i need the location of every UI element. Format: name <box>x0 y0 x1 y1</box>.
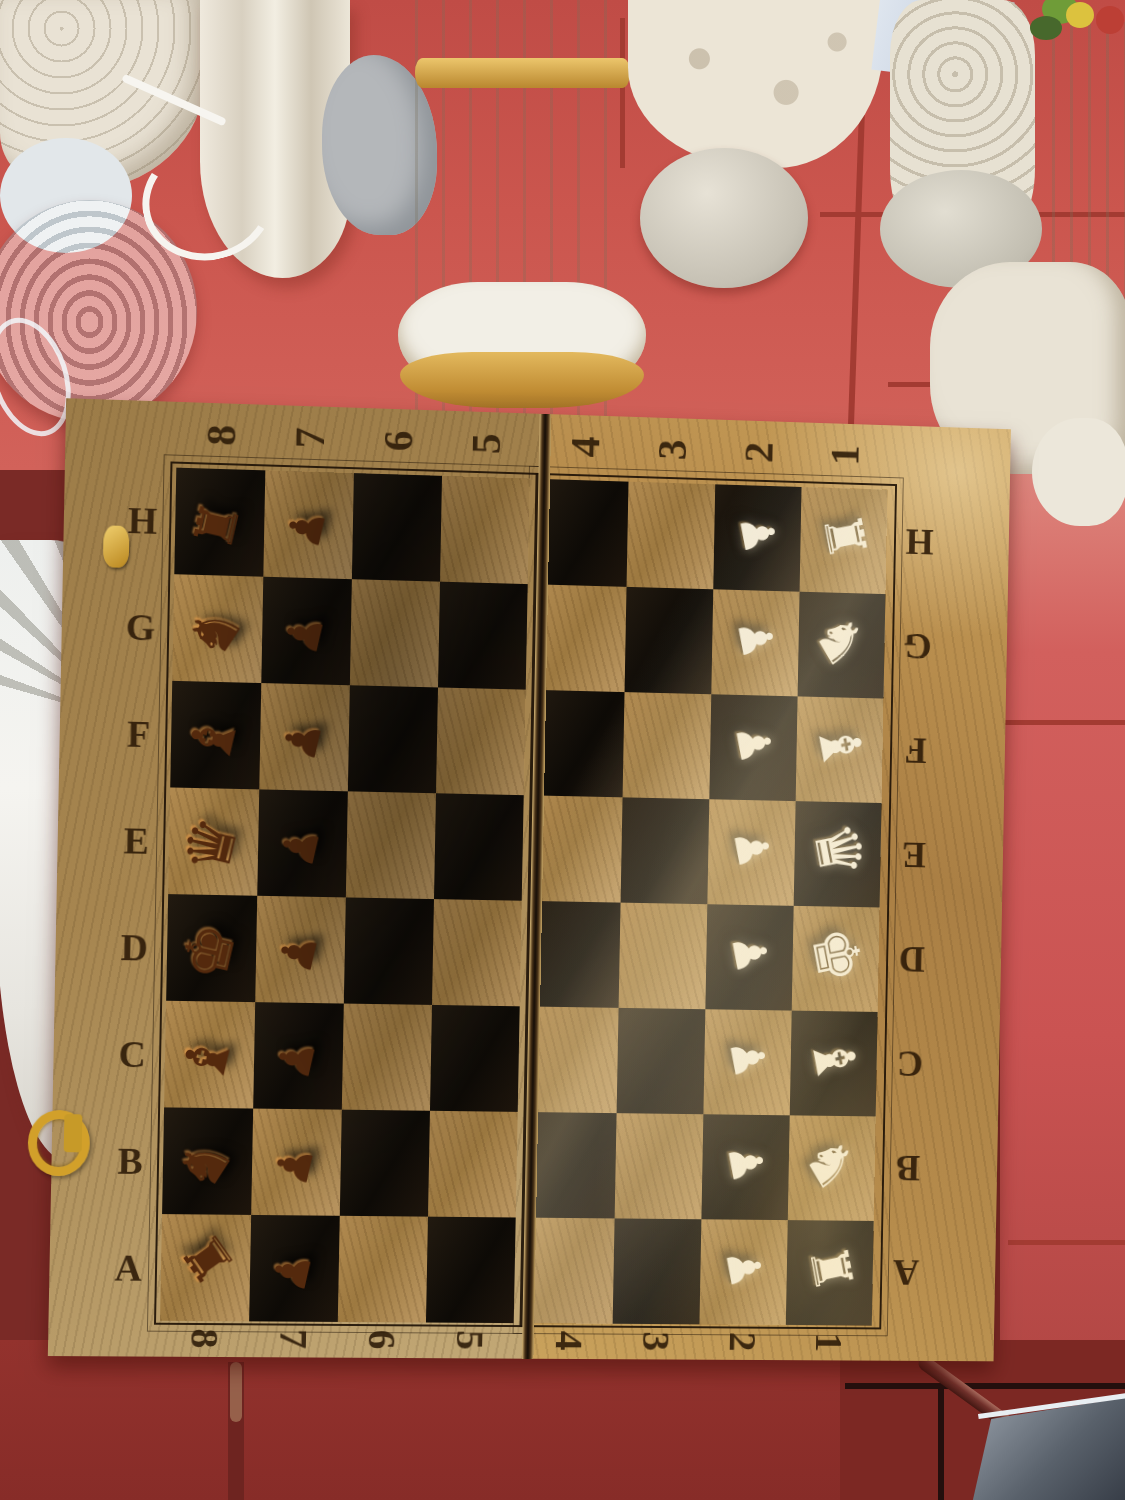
square-c4[interactable] <box>529 1006 618 1113</box>
label-5: 5 <box>446 1295 494 1384</box>
label-F: F <box>885 699 946 805</box>
label-E: E <box>883 803 944 909</box>
tile-grout-line <box>1008 1240 1125 1245</box>
piece-black-pawn-d7[interactable]: ♟ <box>236 898 359 1009</box>
square-c1[interactable]: ♝ <box>790 1011 878 1117</box>
square-g3[interactable] <box>625 587 714 694</box>
label-4: 4 <box>556 402 616 492</box>
square-g1[interactable]: ♞ <box>798 592 886 699</box>
square-f2[interactable]: ♟ <box>709 694 797 801</box>
piece-black-pawn-b7[interactable]: ♟ <box>232 1110 355 1220</box>
label-4: 4 <box>545 1296 592 1385</box>
piece-white-bishop-c1[interactable]: ♝ <box>777 1006 894 1113</box>
square-h5[interactable] <box>440 476 530 584</box>
square-f4[interactable] <box>535 690 624 797</box>
piece-white-rook-h1[interactable]: ♜ <box>786 484 902 589</box>
gold-hinge <box>103 525 130 568</box>
piece-white-king-d1[interactable]: ♚ <box>778 902 895 1008</box>
label-1: 1 <box>805 1298 852 1386</box>
square-h4[interactable] <box>539 479 628 587</box>
hinge-spacer <box>496 1334 542 1346</box>
label-6: 6 <box>368 395 428 486</box>
label-A: A <box>98 1213 158 1320</box>
label-1: 1 <box>816 410 875 500</box>
square-f5[interactable] <box>436 687 526 795</box>
ceramic-leaf <box>1030 16 1062 40</box>
piece-black-pawn-e7[interactable]: ♟ <box>238 791 361 902</box>
label-D: D <box>881 908 942 1013</box>
grout-stain <box>230 1362 242 1422</box>
square-h3[interactable] <box>627 482 716 590</box>
square-g5[interactable] <box>438 582 528 690</box>
photo-scene: ♜♟♟♜♞♟♟♞♝♟♟♝♛♟♟♛♚♟♟♚♝♟♟♝♞♟♟♞♜♟♟♜ 8765432… <box>0 0 1125 1500</box>
tile-grout-line <box>1005 720 1125 725</box>
label-B: B <box>100 1107 160 1214</box>
square-f6[interactable] <box>348 685 438 793</box>
label-B: B <box>878 1116 939 1221</box>
square-e7[interactable]: ♟ <box>257 789 348 897</box>
label-C: C <box>879 1012 940 1117</box>
column-gold-band <box>415 58 630 88</box>
square-c6[interactable] <box>342 1004 432 1111</box>
piece-black-pawn-g7[interactable]: ♟ <box>242 579 365 691</box>
square-f1[interactable]: ♝ <box>796 696 884 803</box>
square-d4[interactable] <box>531 901 620 1008</box>
square-d7[interactable]: ♟ <box>255 896 346 1004</box>
square-g4[interactable] <box>537 584 626 692</box>
label-G: G <box>887 594 948 700</box>
square-b5[interactable] <box>428 1111 518 1218</box>
square-d6[interactable] <box>344 897 434 1004</box>
label-8: 8 <box>180 1293 228 1383</box>
square-b4[interactable] <box>527 1112 616 1218</box>
square-f3[interactable] <box>623 692 712 799</box>
label-2: 2 <box>729 407 788 497</box>
tile-grout-line-dark <box>938 1388 944 1500</box>
tile-grout-line-dark <box>845 1383 1125 1389</box>
label-7: 7 <box>269 1294 317 1384</box>
square-f7[interactable]: ♟ <box>259 683 350 791</box>
label-7: 7 <box>280 392 341 483</box>
label-D: D <box>105 893 165 1001</box>
ceramic-fruit-yellow <box>1066 2 1094 28</box>
square-h1[interactable]: ♜ <box>800 487 888 594</box>
label-8: 8 <box>191 389 252 480</box>
piece-white-bishop-f1[interactable]: ♝ <box>782 693 899 799</box>
ceramic-fruit-red <box>1096 6 1124 34</box>
square-b7[interactable]: ♟ <box>251 1109 342 1216</box>
label-C: C <box>102 1000 162 1108</box>
chess-board: ♜♟♟♜♞♟♟♞♝♟♟♝♛♟♟♛♚♟♟♚♝♟♟♝♞♟♟♞♜♟♟♜ 8765432… <box>48 398 1011 1361</box>
piece-white-queen-e1[interactable]: ♛ <box>780 797 897 903</box>
square-c7[interactable]: ♟ <box>253 1002 344 1110</box>
rank-labels-bottom: 87654321 <box>159 1315 872 1361</box>
label-2: 2 <box>719 1297 766 1386</box>
label-3: 3 <box>643 404 702 494</box>
square-b6[interactable] <box>340 1110 430 1217</box>
label-G: G <box>111 573 171 681</box>
square-e1[interactable]: ♛ <box>794 801 882 907</box>
square-h6[interactable] <box>352 473 442 582</box>
square-e5[interactable] <box>434 793 524 900</box>
piece-black-pawn-h7[interactable]: ♟ <box>244 472 367 584</box>
rank-labels-top: 87654321 <box>176 404 888 486</box>
square-d5[interactable] <box>432 899 522 1006</box>
square-e6[interactable] <box>346 791 436 899</box>
square-b1[interactable]: ♞ <box>788 1115 876 1221</box>
piece-black-pawn-c7[interactable]: ♟ <box>234 1004 357 1115</box>
square-g7[interactable]: ♟ <box>261 577 352 686</box>
label-F: F <box>109 679 169 787</box>
square-e4[interactable] <box>533 795 622 902</box>
piece-black-pawn-f7[interactable]: ♟ <box>240 685 363 796</box>
red-tile-floor-right <box>1000 440 1125 1400</box>
plaster-fragment-right <box>1032 418 1125 526</box>
square-g6[interactable] <box>350 579 440 687</box>
label-E: E <box>107 786 167 894</box>
square-h7[interactable]: ♟ <box>263 470 354 579</box>
label-H: H <box>889 490 950 596</box>
square-d1[interactable]: ♚ <box>792 906 880 1012</box>
label-6: 6 <box>358 1295 406 1384</box>
cherub-statue-base <box>640 148 808 288</box>
label-A: A <box>876 1221 937 1326</box>
square-h2[interactable]: ♟ <box>713 484 801 591</box>
column-gold-base-trim <box>400 352 644 408</box>
label-3: 3 <box>632 1297 679 1386</box>
gold-clasp-plate <box>64 1114 83 1152</box>
square-c5[interactable] <box>430 1005 520 1112</box>
